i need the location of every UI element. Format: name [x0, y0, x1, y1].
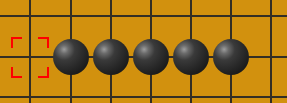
- black-stone-4: [173, 39, 209, 75]
- marker-corner-bl: [11, 67, 22, 78]
- black-stone-2: [93, 39, 129, 75]
- black-stone-3: [133, 39, 169, 75]
- black-stone-5: [213, 39, 249, 75]
- marker-corner-tl: [11, 37, 22, 48]
- black-stone-1: [53, 39, 89, 75]
- marker-corner-tr: [38, 37, 49, 48]
- grid-line-horizontal-2: [0, 96, 287, 98]
- marked-point-brackets[interactable]: [11, 37, 49, 78]
- go-board[interactable]: [0, 0, 287, 103]
- marker-corner-br: [38, 67, 49, 78]
- grid-line-horizontal-0: [0, 15, 287, 17]
